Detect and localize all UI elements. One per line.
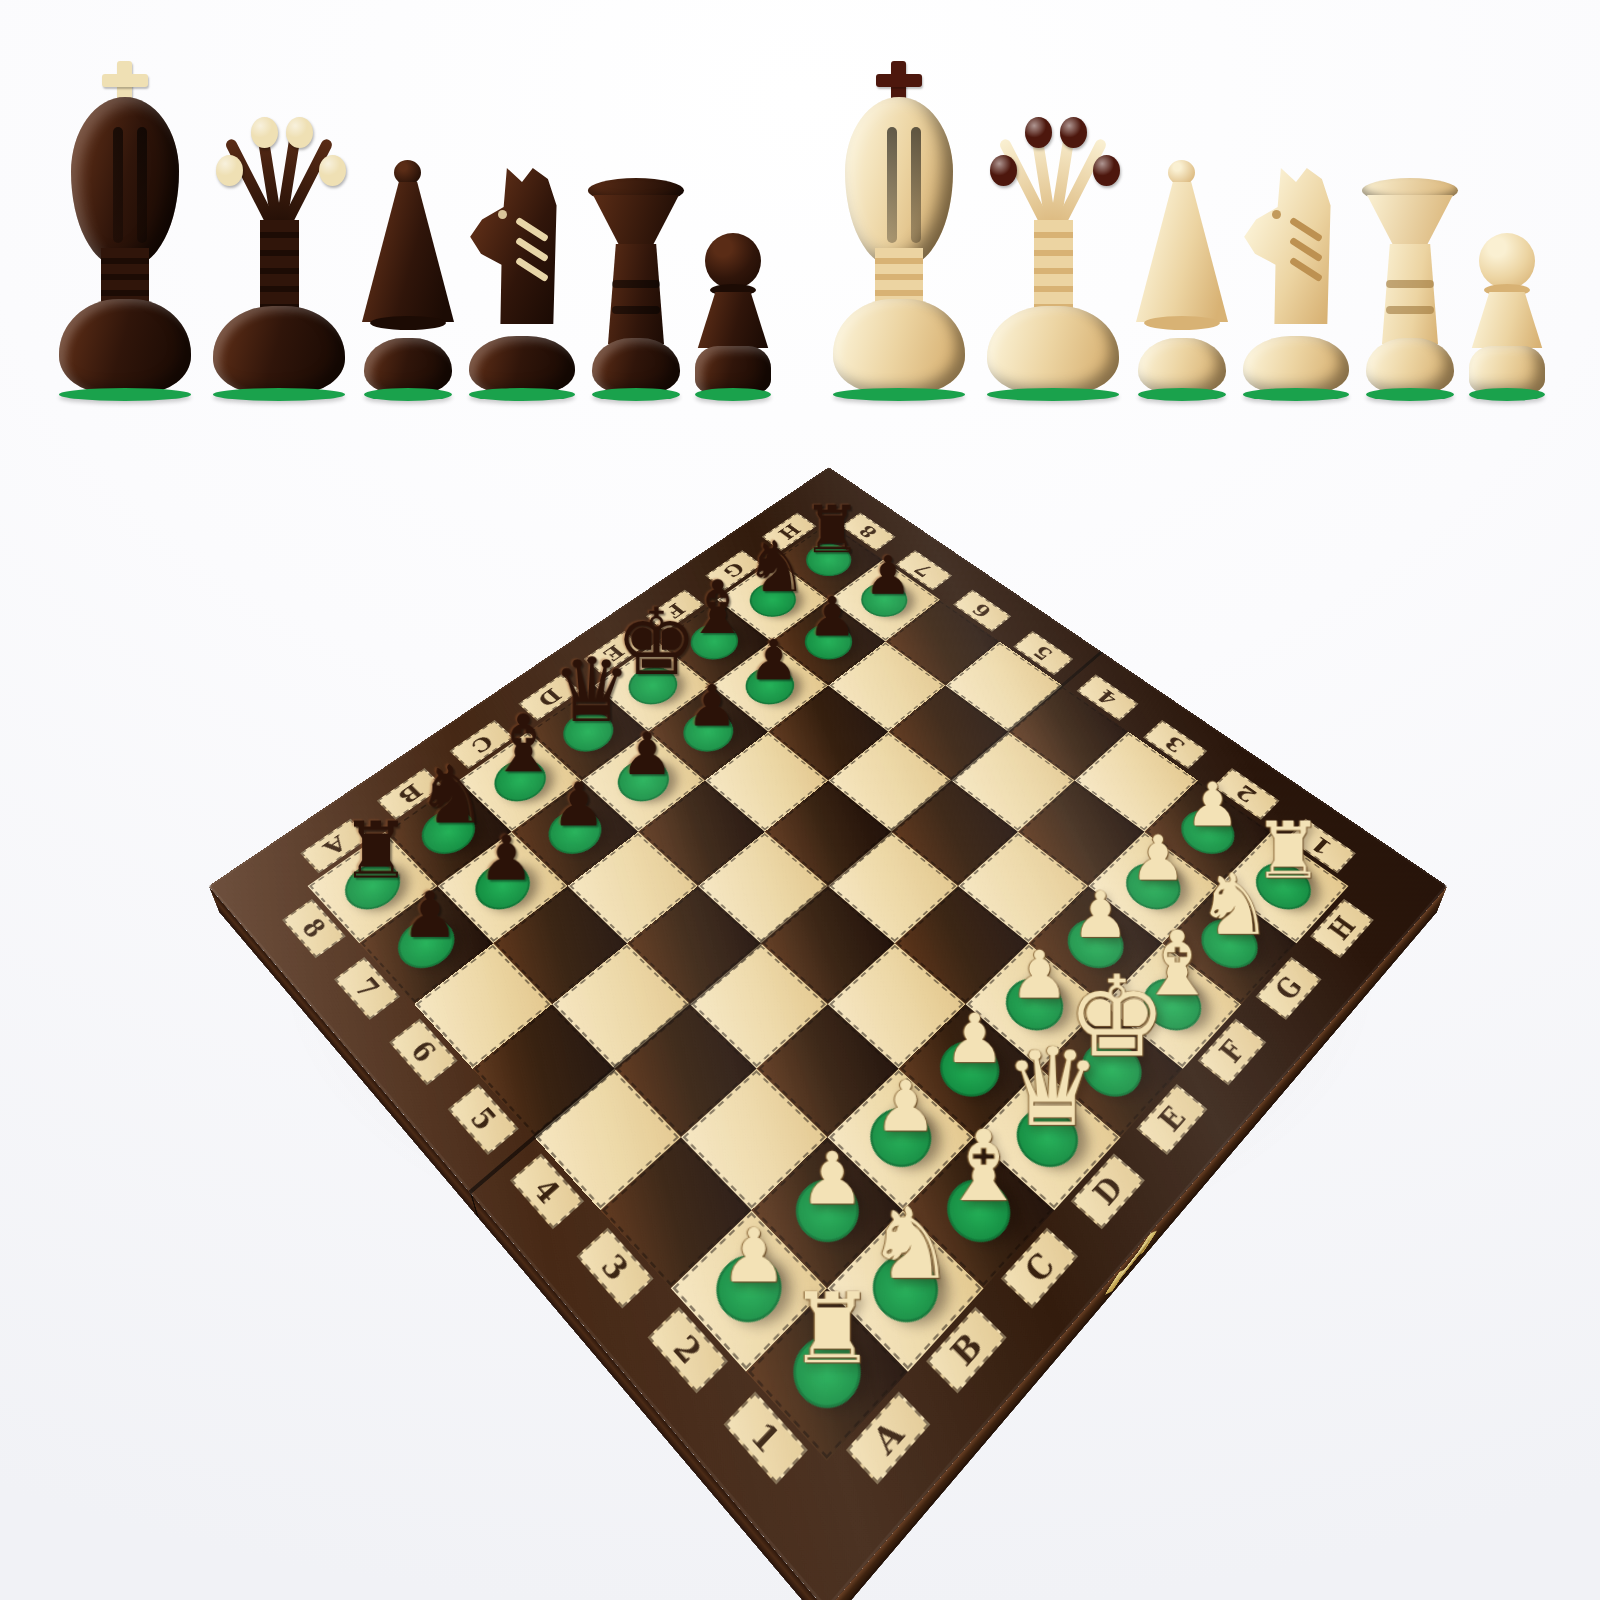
piece-lineup-row: [0, 42, 1600, 398]
lineup-dark-knight: [462, 168, 582, 398]
piece-dark-pawn[interactable]: ♟: [520, 775, 637, 835]
felt-base: [695, 388, 771, 401]
rank-label-3: 3: [1143, 720, 1207, 769]
felt-base: [59, 388, 191, 401]
chess-board: ABCDEFGH ABCDEFGH 12345678 12345678 ♜♞♝♛…: [209, 467, 1448, 1600]
lineup-light-bishop: [1132, 158, 1232, 398]
felt-base: [1138, 388, 1226, 401]
lineup-light-king: [824, 63, 974, 398]
lineup-dark-bishop: [358, 158, 458, 398]
board-surface: ABCDEFGH ABCDEFGH 12345678 12345678 ♜♞♝♛…: [209, 467, 1448, 1600]
lineup-light-pawn: [1464, 233, 1550, 398]
felt-base: [592, 388, 680, 401]
felt-base: [213, 388, 345, 401]
lineup-dark-pawn: [690, 233, 776, 398]
lineup-dark-queen: [204, 93, 354, 398]
lineup-light-queen: [978, 93, 1128, 398]
studio-scene: ABCDEFGH ABCDEFGH 12345678 12345678 ♜♞♝♛…: [0, 420, 1600, 1600]
lineup-light-rook: [1360, 178, 1460, 398]
felt-base: [364, 388, 452, 401]
lineup-dark-set: [50, 63, 776, 398]
lineup-dark-rook: [586, 178, 686, 398]
piece-dark-pawn[interactable]: ♟: [368, 883, 492, 947]
piece-dark-pawn[interactable]: ♟: [446, 828, 566, 890]
felt-base: [469, 388, 575, 401]
felt-base: [1469, 388, 1545, 401]
felt-base: [1366, 388, 1454, 401]
lineup-light-knight: [1236, 168, 1356, 398]
lineup-light-set: [824, 63, 1550, 398]
felt-base: [1243, 388, 1349, 401]
piece-light-rook[interactable]: ♜: [757, 1280, 907, 1377]
lineup-dark-king: [50, 63, 200, 398]
product-photo: ABCDEFGH ABCDEFGH 12345678 12345678 ♜♞♝♛…: [0, 0, 1600, 1600]
file-label-f: F: [1198, 1019, 1267, 1086]
felt-base: [987, 388, 1119, 401]
felt-base: [833, 388, 965, 401]
